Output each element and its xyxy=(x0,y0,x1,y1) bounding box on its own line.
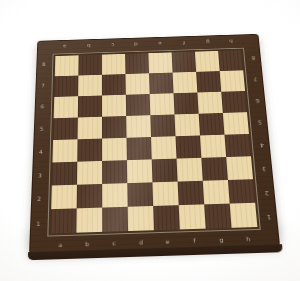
photo-background: abcdefgh abcdefgh 87654321 87654321 xyxy=(0,0,300,281)
file-top-label-a: a xyxy=(53,42,77,49)
file-bottom-label-e: e xyxy=(154,237,181,246)
square-b1[interactable] xyxy=(76,207,102,232)
rank-right-label-8: 8 xyxy=(249,47,258,68)
rank-left-label-8: 8 xyxy=(40,53,48,74)
rank-left-label-7: 7 xyxy=(39,74,47,96)
square-h7[interactable] xyxy=(220,70,245,91)
file-bottom-label-b: b xyxy=(74,239,101,248)
rank-right-label-7: 7 xyxy=(251,68,261,89)
square-h2[interactable] xyxy=(228,179,255,203)
rank-labels-left: 87654321 xyxy=(34,53,48,236)
square-d8[interactable] xyxy=(125,53,149,74)
rank-left-label-1: 1 xyxy=(34,211,43,236)
rank-right-label-6: 6 xyxy=(253,89,263,111)
square-h4[interactable] xyxy=(224,133,251,156)
file-top-label-c: c xyxy=(100,41,124,48)
square-b2[interactable] xyxy=(77,183,103,207)
square-g2[interactable] xyxy=(203,179,230,203)
square-d4[interactable] xyxy=(127,137,152,160)
rank-right-label-1: 1 xyxy=(264,204,275,229)
square-c1[interactable] xyxy=(102,206,128,231)
square-a5[interactable] xyxy=(53,117,78,140)
square-f7[interactable] xyxy=(173,71,198,92)
square-a3[interactable] xyxy=(52,161,77,185)
square-c7[interactable] xyxy=(102,74,126,95)
rank-right-label-2: 2 xyxy=(261,180,271,205)
square-b4[interactable] xyxy=(77,138,102,161)
playing-field-inlay-border xyxy=(47,47,260,236)
square-c6[interactable] xyxy=(102,94,126,116)
file-top-label-h: h xyxy=(219,37,243,44)
square-g3[interactable] xyxy=(201,157,228,181)
square-h1[interactable] xyxy=(230,202,258,227)
square-g1[interactable] xyxy=(204,203,231,228)
square-b8[interactable] xyxy=(78,54,102,75)
square-a6[interactable] xyxy=(54,96,78,118)
square-a1[interactable] xyxy=(50,208,76,233)
rank-right-label-3: 3 xyxy=(259,156,269,180)
file-top-label-f: f xyxy=(172,39,196,46)
file-bottom-label-g: g xyxy=(208,235,235,244)
square-f8[interactable] xyxy=(172,51,196,72)
square-d6[interactable] xyxy=(126,93,151,115)
square-f4[interactable] xyxy=(175,135,201,158)
square-e5[interactable] xyxy=(150,114,175,137)
square-c8[interactable] xyxy=(102,53,126,74)
square-e6[interactable] xyxy=(150,93,175,115)
square-f3[interactable] xyxy=(177,157,203,181)
square-f5[interactable] xyxy=(174,113,199,136)
file-bottom-label-h: h xyxy=(234,234,261,243)
square-e1[interactable] xyxy=(153,205,180,230)
file-top-label-e: e xyxy=(148,39,172,46)
file-labels-top: abcdefgh xyxy=(53,37,244,49)
file-bottom-label-d: d xyxy=(127,238,154,247)
square-f2[interactable] xyxy=(178,180,205,204)
square-h3[interactable] xyxy=(226,156,253,180)
rank-right-label-5: 5 xyxy=(255,111,265,134)
square-d7[interactable] xyxy=(125,73,149,94)
rank-left-label-2: 2 xyxy=(35,187,44,212)
chess-board: abcdefgh abcdefgh 87654321 87654321 xyxy=(29,33,280,253)
rank-left-label-5: 5 xyxy=(37,117,46,140)
square-a2[interactable] xyxy=(51,184,77,208)
square-g5[interactable] xyxy=(199,112,225,135)
square-f1[interactable] xyxy=(179,204,206,229)
square-e3[interactable] xyxy=(152,158,178,182)
square-e8[interactable] xyxy=(148,52,172,73)
square-b5[interactable] xyxy=(78,116,102,139)
square-e4[interactable] xyxy=(151,136,177,159)
file-labels-bottom: abcdefgh xyxy=(47,234,262,249)
rank-left-label-4: 4 xyxy=(37,140,46,163)
square-h8[interactable] xyxy=(218,50,243,71)
file-top-label-d: d xyxy=(124,40,148,47)
square-a4[interactable] xyxy=(52,139,77,162)
square-e2[interactable] xyxy=(152,181,178,205)
square-h5[interactable] xyxy=(223,112,249,135)
square-b7[interactable] xyxy=(78,74,102,95)
square-d1[interactable] xyxy=(128,205,154,230)
square-d3[interactable] xyxy=(127,159,153,183)
file-bottom-label-f: f xyxy=(181,236,208,245)
rank-left-label-3: 3 xyxy=(36,163,45,187)
file-top-label-b: b xyxy=(77,41,101,48)
square-e7[interactable] xyxy=(149,72,174,93)
square-h6[interactable] xyxy=(221,90,247,112)
square-a8[interactable] xyxy=(55,55,79,76)
square-g4[interactable] xyxy=(200,134,226,157)
square-a7[interactable] xyxy=(54,75,78,96)
square-c4[interactable] xyxy=(102,137,127,160)
square-d5[interactable] xyxy=(126,115,151,138)
file-bottom-label-a: a xyxy=(47,240,74,249)
square-c3[interactable] xyxy=(102,160,127,184)
rank-left-label-6: 6 xyxy=(38,95,46,117)
square-d2[interactable] xyxy=(127,182,153,206)
square-f6[interactable] xyxy=(174,92,199,114)
file-bottom-label-c: c xyxy=(101,238,128,247)
square-g6[interactable] xyxy=(197,91,222,113)
file-top-label-g: g xyxy=(195,38,219,45)
square-g8[interactable] xyxy=(195,50,220,71)
square-c5[interactable] xyxy=(102,115,127,138)
board-grid xyxy=(50,50,257,233)
square-b6[interactable] xyxy=(78,95,102,117)
square-b3[interactable] xyxy=(77,160,102,184)
square-g7[interactable] xyxy=(196,71,221,92)
rank-right-label-4: 4 xyxy=(257,133,267,156)
square-c2[interactable] xyxy=(102,183,128,207)
